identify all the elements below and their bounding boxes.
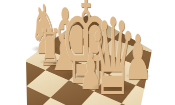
pieces-layer: ♞♜♝♚♟♛♟ [0, 0, 175, 105]
chess-piece-queen: ♛ [89, 5, 137, 105]
product-photo: ♞♜♝♚♟♛♟ [0, 0, 175, 105]
